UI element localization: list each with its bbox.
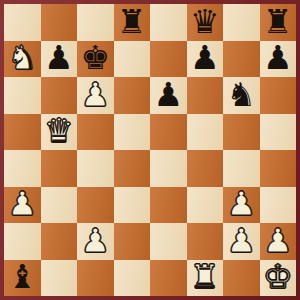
- square-d3[interactable]: [114, 187, 151, 224]
- white-pawn: ♟: [226, 224, 256, 257]
- square-c6[interactable]: ♟: [77, 77, 114, 114]
- square-e4[interactable]: [150, 150, 187, 187]
- square-b7[interactable]: ♟: [41, 41, 78, 78]
- square-c2[interactable]: ♟: [77, 223, 114, 260]
- square-h8[interactable]: ♜: [260, 4, 297, 41]
- square-f5[interactable]: [187, 114, 224, 151]
- square-h5[interactable]: [260, 114, 297, 151]
- square-h4[interactable]: [260, 150, 297, 187]
- square-f7[interactable]: ♟: [187, 41, 224, 78]
- square-a3[interactable]: ♟: [4, 187, 41, 224]
- square-c3[interactable]: [77, 187, 114, 224]
- square-c4[interactable]: [77, 150, 114, 187]
- square-h1[interactable]: ♚: [260, 260, 297, 297]
- square-b6[interactable]: [41, 77, 78, 114]
- square-d5[interactable]: [114, 114, 151, 151]
- white-pawn: ♟: [80, 78, 110, 111]
- square-d2[interactable]: [114, 223, 151, 260]
- black-king: ♚: [80, 41, 110, 74]
- square-b2[interactable]: [41, 223, 78, 260]
- black-rook: ♜: [117, 5, 147, 38]
- square-e2[interactable]: [150, 223, 187, 260]
- black-rook: ♜: [263, 5, 293, 38]
- square-e6[interactable]: ♟: [150, 77, 187, 114]
- square-e7[interactable]: [150, 41, 187, 78]
- square-b5[interactable]: ♛: [41, 114, 78, 151]
- square-c5[interactable]: [77, 114, 114, 151]
- square-d1[interactable]: [114, 260, 151, 297]
- chess-board: ♜♛♜♞♟♚♟♟♟♟♞♛♟♟♟♟♟♝♜♚: [4, 4, 296, 296]
- square-g6[interactable]: ♞: [223, 77, 260, 114]
- black-pawn: ♟: [263, 41, 293, 74]
- square-g2[interactable]: ♟: [223, 223, 260, 260]
- square-f4[interactable]: [187, 150, 224, 187]
- square-c8[interactable]: [77, 4, 114, 41]
- square-d4[interactable]: [114, 150, 151, 187]
- square-h6[interactable]: [260, 77, 297, 114]
- square-b4[interactable]: [41, 150, 78, 187]
- white-knight: ♞: [7, 41, 37, 74]
- square-h2[interactable]: ♟: [260, 223, 297, 260]
- square-g7[interactable]: [223, 41, 260, 78]
- square-e1[interactable]: [150, 260, 187, 297]
- square-a6[interactable]: [4, 77, 41, 114]
- black-bishop: ♝: [7, 260, 37, 293]
- square-e3[interactable]: [150, 187, 187, 224]
- square-f8[interactable]: ♛: [187, 4, 224, 41]
- square-a1[interactable]: ♝: [4, 260, 41, 297]
- square-c1[interactable]: [77, 260, 114, 297]
- square-c7[interactable]: ♚: [77, 41, 114, 78]
- square-f2[interactable]: [187, 223, 224, 260]
- black-knight: ♞: [226, 78, 256, 111]
- square-h3[interactable]: [260, 187, 297, 224]
- square-g3[interactable]: ♟: [223, 187, 260, 224]
- square-a5[interactable]: [4, 114, 41, 151]
- square-e8[interactable]: [150, 4, 187, 41]
- white-pawn: ♟: [7, 187, 37, 220]
- square-b1[interactable]: [41, 260, 78, 297]
- black-pawn: ♟: [44, 41, 74, 74]
- square-d8[interactable]: ♜: [114, 4, 151, 41]
- square-d7[interactable]: [114, 41, 151, 78]
- square-g5[interactable]: [223, 114, 260, 151]
- white-king: ♚: [263, 260, 293, 293]
- square-a4[interactable]: [4, 150, 41, 187]
- white-rook: ♜: [190, 260, 220, 293]
- black-queen: ♛: [190, 5, 220, 38]
- white-pawn: ♟: [80, 224, 110, 257]
- white-queen: ♛: [44, 114, 74, 147]
- black-pawn: ♟: [190, 41, 220, 74]
- square-g1[interactable]: [223, 260, 260, 297]
- black-pawn: ♟: [153, 78, 183, 111]
- chess-board-frame: ♜♛♜♞♟♚♟♟♟♟♞♛♟♟♟♟♟♝♜♚: [0, 0, 300, 300]
- square-f1[interactable]: ♜: [187, 260, 224, 297]
- square-g4[interactable]: [223, 150, 260, 187]
- square-a7[interactable]: ♞: [4, 41, 41, 78]
- white-pawn: ♟: [263, 224, 293, 257]
- square-h7[interactable]: ♟: [260, 41, 297, 78]
- white-pawn: ♟: [226, 187, 256, 220]
- square-g8[interactable]: [223, 4, 260, 41]
- square-a8[interactable]: [4, 4, 41, 41]
- square-b3[interactable]: [41, 187, 78, 224]
- square-e5[interactable]: [150, 114, 187, 151]
- square-a2[interactable]: [4, 223, 41, 260]
- square-b8[interactable]: [41, 4, 78, 41]
- square-f3[interactable]: [187, 187, 224, 224]
- square-d6[interactable]: [114, 77, 151, 114]
- square-f6[interactable]: [187, 77, 224, 114]
